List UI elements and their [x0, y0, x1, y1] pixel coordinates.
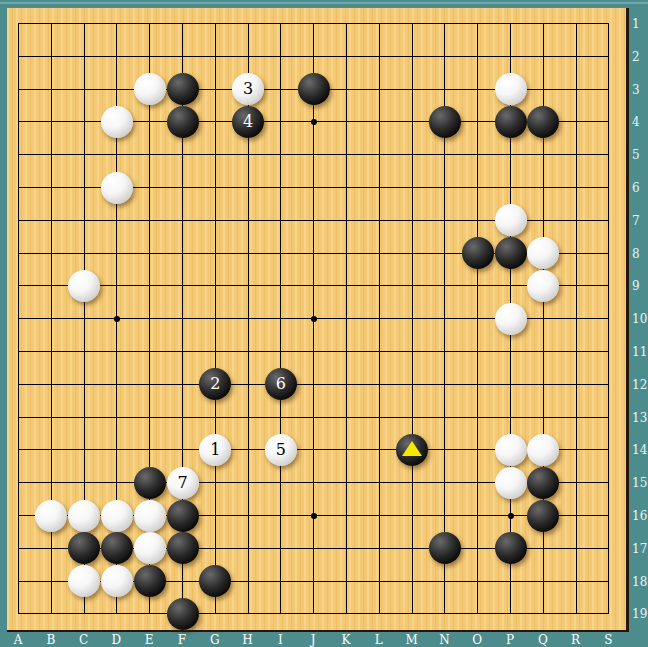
stone-black-M14: [396, 434, 428, 466]
stone-white-D16: [101, 500, 133, 532]
stone-black-P4: [495, 106, 527, 138]
stone-black-D17: [101, 532, 133, 564]
row-label-7: 7: [632, 214, 640, 228]
grid-line-vertical: [477, 23, 478, 614]
stone-black-F17: [167, 532, 199, 564]
column-label-N: N: [439, 633, 450, 647]
stone-black-P8: [495, 237, 527, 269]
column-label-O: O: [472, 633, 482, 647]
stone-black-G18: [199, 565, 231, 597]
stone-black-F16: [167, 500, 199, 532]
row-label-10: 10: [632, 312, 647, 326]
row-label-2: 2: [632, 50, 640, 64]
column-label-H: H: [242, 633, 252, 647]
stone-black-N4: [429, 106, 461, 138]
grid-line-vertical: [346, 23, 347, 614]
column-label-A: A: [14, 633, 23, 647]
stone-black-Q15: [527, 467, 559, 499]
stone-white-P15: [495, 467, 527, 499]
star-point: [311, 513, 317, 519]
grid-line-horizontal: [18, 417, 609, 418]
column-label-J: J: [311, 633, 316, 647]
stone-black-Q4: [527, 106, 559, 138]
column-label-Q: Q: [538, 633, 548, 647]
row-label-4: 4: [632, 115, 640, 129]
grid-line-vertical: [608, 23, 609, 614]
stone-black-P17: [495, 532, 527, 564]
stone-white-Q8: [527, 237, 559, 269]
stone-black-H4: 4: [232, 106, 264, 138]
stone-white-G14: 1: [199, 434, 231, 466]
go-app-window: 3426157ABCDEFGHIJKLMNOPQRS12345678910111…: [0, 0, 648, 647]
stone-black-F3: [167, 73, 199, 105]
column-label-E: E: [145, 633, 154, 647]
stone-black-E18: [134, 565, 166, 597]
stone-black-J3: [298, 73, 330, 105]
row-label-19: 19: [632, 607, 647, 621]
stone-white-B16: [35, 500, 67, 532]
column-label-I: I: [278, 633, 283, 647]
stone-black-I12: 6: [265, 368, 297, 400]
column-label-F: F: [178, 633, 186, 647]
column-label-C: C: [79, 633, 88, 647]
grid-line-vertical: [412, 23, 413, 614]
stone-white-E17: [134, 532, 166, 564]
stone-black-C17: [68, 532, 100, 564]
row-label-12: 12: [632, 378, 647, 392]
row-label-8: 8: [632, 247, 640, 261]
stone-white-H3: 3: [232, 73, 264, 105]
row-label-11: 11: [632, 345, 647, 359]
stone-white-I14: 5: [265, 434, 297, 466]
grid-line-vertical: [379, 23, 380, 614]
stone-black-F19: [167, 598, 199, 630]
column-label-B: B: [46, 633, 55, 647]
move-number-label: 5: [276, 442, 286, 458]
column-label-K: K: [342, 633, 351, 647]
column-label-L: L: [375, 633, 383, 647]
grid-line-horizontal: [18, 351, 609, 352]
grid-line-horizontal: [18, 613, 609, 614]
star-point: [114, 316, 120, 322]
column-label-M: M: [405, 633, 417, 647]
grid-line-vertical: [576, 23, 577, 614]
column-label-R: R: [571, 633, 580, 647]
stone-white-Q14: [527, 434, 559, 466]
column-label-G: G: [210, 633, 220, 647]
row-label-3: 3: [632, 83, 640, 97]
column-label-D: D: [112, 633, 122, 647]
row-label-15: 15: [632, 476, 647, 490]
stone-black-G12: 2: [199, 368, 231, 400]
stone-white-E16: [134, 500, 166, 532]
stone-white-P14: [495, 434, 527, 466]
move-number-label: 1: [210, 442, 220, 458]
stone-white-C16: [68, 500, 100, 532]
row-label-18: 18: [632, 575, 647, 589]
stone-black-Q16: [527, 500, 559, 532]
stone-white-D6: [101, 172, 133, 204]
move-number-label: 7: [177, 475, 187, 491]
stone-black-N17: [429, 532, 461, 564]
star-point: [508, 513, 514, 519]
column-label-S: S: [604, 633, 612, 647]
stone-white-D4: [101, 106, 133, 138]
stone-black-E15: [134, 467, 166, 499]
stone-black-F4: [167, 106, 199, 138]
move-number-label: 3: [243, 81, 253, 97]
move-number-label: 4: [243, 114, 253, 130]
column-label-P: P: [506, 633, 514, 647]
stone-white-E3: [134, 73, 166, 105]
move-number-label: 2: [210, 376, 220, 392]
row-label-1: 1: [632, 17, 640, 31]
row-label-13: 13: [632, 411, 647, 425]
stone-white-P3: [495, 73, 527, 105]
stone-white-C18: [68, 565, 100, 597]
row-label-9: 9: [632, 279, 640, 293]
stone-white-Q9: [527, 270, 559, 302]
stone-white-P10: [495, 303, 527, 335]
stone-white-P7: [495, 204, 527, 236]
row-label-6: 6: [632, 181, 640, 195]
row-label-17: 17: [632, 542, 647, 556]
row-label-16: 16: [632, 509, 647, 523]
triangle-marker-icon: [402, 441, 422, 456]
row-label-5: 5: [632, 148, 640, 162]
move-number-label: 6: [276, 376, 286, 392]
star-point: [311, 316, 317, 322]
star-point: [311, 119, 317, 125]
grid-line-horizontal: [18, 384, 609, 385]
stone-white-C9: [68, 270, 100, 302]
stone-white-F15: 7: [167, 467, 199, 499]
row-label-14: 14: [632, 443, 647, 457]
stone-black-O8: [462, 237, 494, 269]
stone-white-D18: [101, 565, 133, 597]
